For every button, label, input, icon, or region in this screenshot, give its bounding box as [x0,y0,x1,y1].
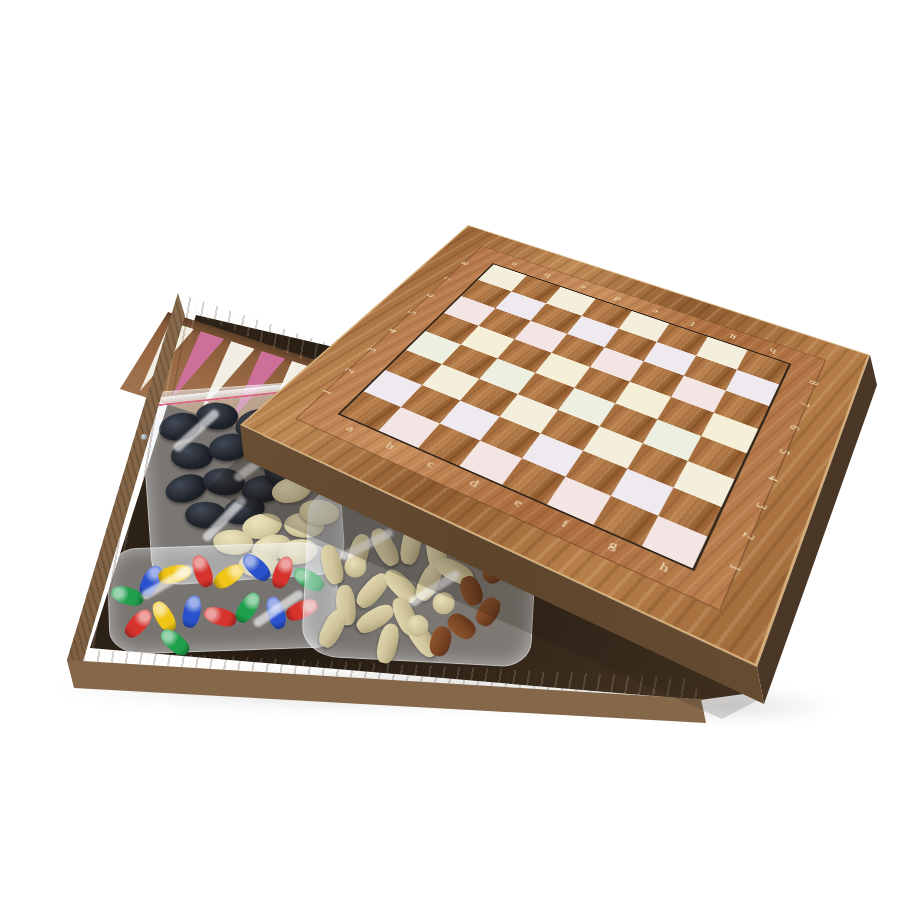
pawn [239,550,275,585]
pawn [180,594,203,630]
pawn [121,606,156,642]
hinge-pin [141,434,147,440]
pawn [269,554,296,591]
pawn [210,560,247,593]
pawn [202,604,238,629]
product-photo: aa88bb77cc66dd55ee44ff33gg22hh11 [0,0,900,900]
chess-cream [315,606,350,650]
chess-cream [374,622,402,665]
